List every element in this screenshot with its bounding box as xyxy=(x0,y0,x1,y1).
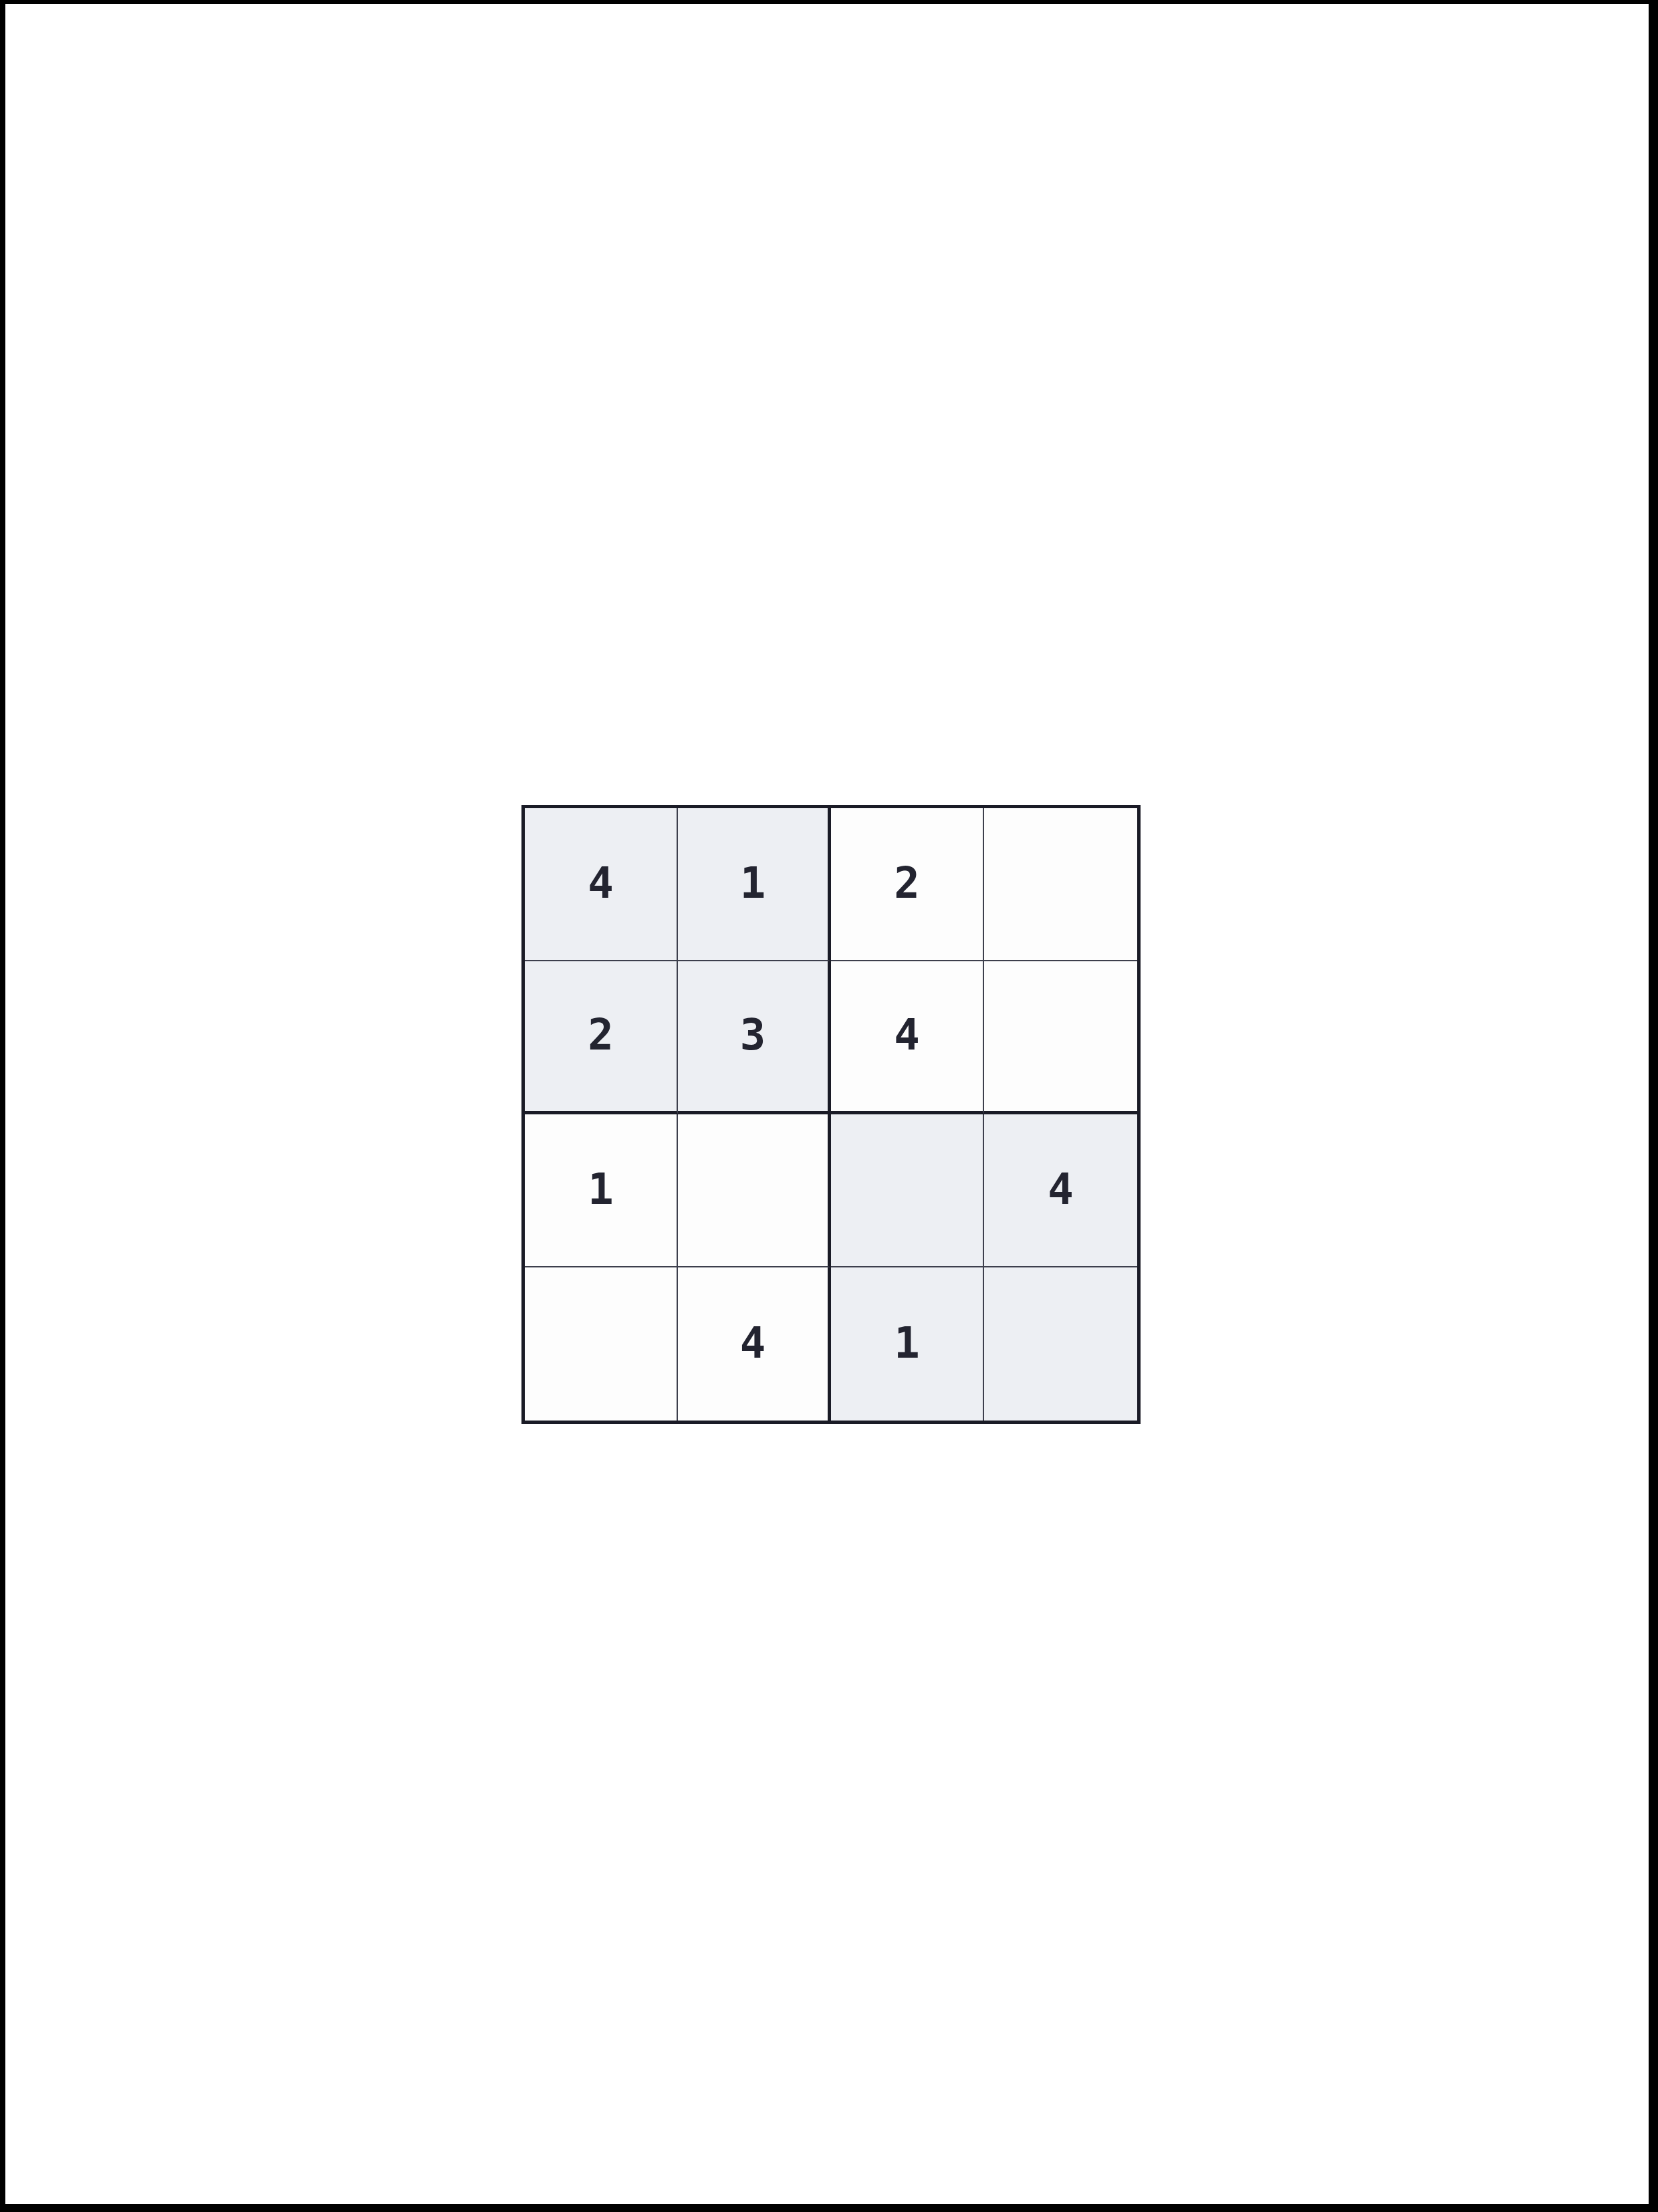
given-digit: 1 xyxy=(894,1322,920,1364)
cell-r2c1[interactable]: 2 xyxy=(525,961,678,1114)
given-digit: 2 xyxy=(894,862,920,904)
cell-r1c3[interactable]: 2 xyxy=(831,808,984,961)
given-digit: 3 xyxy=(740,1013,766,1056)
given-digit: 4 xyxy=(1048,1168,1074,1211)
cell-r2c4[interactable] xyxy=(984,961,1137,1114)
given-digit: 1 xyxy=(740,862,766,904)
cell-r1c2[interactable]: 1 xyxy=(678,808,831,961)
cell-r3c4[interactable]: 4 xyxy=(984,1114,1137,1267)
given-digit: 4 xyxy=(740,1322,766,1364)
cell-r3c1[interactable]: 1 xyxy=(525,1114,678,1267)
cell-r3c2[interactable] xyxy=(678,1114,831,1267)
cell-r4c3[interactable]: 1 xyxy=(831,1267,984,1421)
cell-r2c3[interactable]: 4 xyxy=(831,961,984,1114)
cell-r1c4[interactable] xyxy=(984,808,1137,961)
cell-r3c3[interactable] xyxy=(831,1114,984,1267)
cell-r1c1[interactable]: 4 xyxy=(525,808,678,961)
cell-r4c4[interactable] xyxy=(984,1267,1137,1421)
cell-r2c2[interactable]: 3 xyxy=(678,961,831,1114)
cell-r4c2[interactable]: 4 xyxy=(678,1267,831,1421)
given-digit: 2 xyxy=(588,1013,614,1056)
given-digit: 1 xyxy=(588,1168,614,1211)
given-digit: 4 xyxy=(894,1013,920,1056)
scanned-page: 4122341441 xyxy=(5,4,1649,2204)
cell-r4c1[interactable] xyxy=(525,1267,678,1421)
sudoku-board: 4122341441 xyxy=(521,805,1141,1424)
given-digit: 4 xyxy=(588,862,614,904)
